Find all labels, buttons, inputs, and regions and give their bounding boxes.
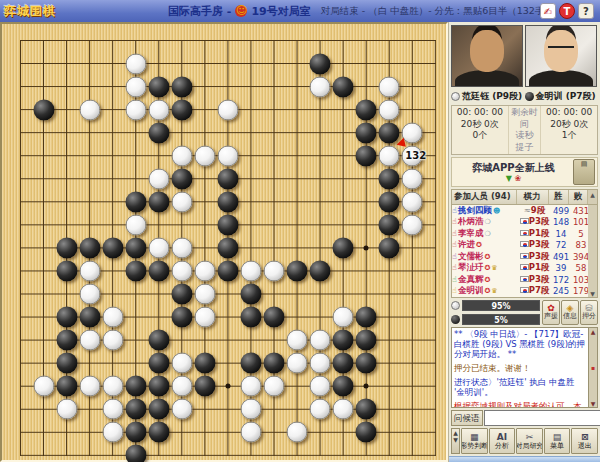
white-stone: [125, 53, 146, 74]
participant-name: 琴沚玗: [458, 262, 484, 274]
thumb-icon: ☝: [452, 218, 457, 226]
thumb-icon: ☝: [452, 276, 457, 284]
black-stone: [148, 376, 169, 397]
white-player-photo: [451, 25, 523, 87]
go-board[interactable]: 132: [0, 22, 448, 462]
black-stone: [356, 422, 377, 443]
win-count: 39: [551, 263, 571, 273]
toolbar-button-形势判断[interactable]: ▦形势判断: [461, 428, 488, 454]
black-stone: [264, 353, 285, 374]
black-stone: [217, 191, 238, 212]
toolbar-label: 退出: [578, 442, 592, 450]
korea-flag-icon: [520, 276, 529, 282]
black-stone: [125, 399, 146, 420]
white-stone: [79, 376, 100, 397]
black-stone: [356, 122, 377, 143]
korea-flag-icon: [520, 230, 529, 236]
black-stone: [171, 99, 192, 120]
room-title-group: 国际高手房 - ☺ 19号对局室 对局结束 - （白 中盘胜）- 分先：黑贴6目…: [168, 4, 554, 19]
white-clock: 00: 00: 00 20秒 0次 0个: [452, 106, 508, 154]
black-stone: [148, 330, 169, 351]
black-stone: [264, 307, 285, 328]
announce-icon[interactable]: ✍: [540, 3, 556, 19]
white-stone: [217, 145, 238, 166]
white-stone: [241, 399, 262, 420]
black-stone: [217, 261, 238, 282]
white-stone: [33, 376, 54, 397]
black-stone: [56, 376, 77, 397]
white-stone: [148, 99, 169, 120]
scroll-down-arrow: ▼: [590, 290, 595, 297]
win-count: 499: [551, 206, 571, 216]
white-stone: [264, 261, 285, 282]
black-stone: [310, 261, 331, 282]
black-bet-row: 5%: [451, 314, 540, 325]
white-stone: [79, 330, 100, 351]
black-stone: [171, 284, 192, 305]
apple-icon: ❀: [515, 174, 522, 183]
thumb-icon: ☝: [452, 264, 457, 272]
white-stone: [264, 376, 285, 397]
chat-message: 根据弈城规则及对局者的认可，本结果将不再反复。: [454, 401, 587, 408]
white-stone: [402, 214, 423, 235]
participant-list[interactable]: ☝挑剑四顾☻≈9段499431☝朴炳浩❍P3段148101☝李宰成❍P1段145…: [451, 205, 598, 298]
black-stone: [356, 145, 377, 166]
bet-button-声援[interactable]: ✿声援: [542, 300, 560, 325]
rank-icon: ≈: [524, 205, 531, 215]
white-stone: [287, 422, 308, 443]
black-stone: [148, 422, 169, 443]
white-stone: [102, 307, 123, 328]
black-stone: [79, 307, 100, 328]
white-bet-bar: 95%: [462, 300, 540, 311]
white-stone: [125, 76, 146, 97]
white-stone: [194, 284, 215, 305]
black-stone: [171, 76, 192, 97]
white-stone: [79, 284, 100, 305]
black-stone: [241, 307, 262, 328]
white-stone-icon: [451, 301, 460, 310]
black-player-name: 金明训 (P7段): [536, 90, 596, 103]
participant-name: 金明训: [458, 285, 484, 297]
white-stone: [333, 399, 354, 420]
toolbar-icon: ⊠: [581, 433, 589, 442]
banner-title: 弈城APP全新上线: [454, 161, 573, 175]
black-stone: [310, 53, 331, 74]
participant-row[interactable]: ☝挑剑四顾☻≈9段499431: [452, 205, 597, 217]
black-stone: [379, 168, 400, 189]
black-stone: [125, 422, 146, 443]
white-stone-icon: [451, 92, 460, 101]
chat-input[interactable]: [484, 410, 600, 426]
game-status: 对局结束 - （白 中盘胜）- 分先：黑贴6目半（132手）: [321, 5, 554, 18]
black-player-photo: [525, 25, 597, 87]
toolbar-label: 形势判断: [461, 442, 488, 450]
white-stone: [310, 376, 331, 397]
black-stone: [125, 376, 146, 397]
toolbar-icon: ▤: [553, 433, 562, 442]
white-stone: [241, 376, 262, 397]
black-stone: [33, 99, 54, 120]
white-stone: [333, 307, 354, 328]
black-stone: [241, 353, 262, 374]
player-names: 范廷钰 (P9段) 金明训 (P7段): [449, 88, 600, 104]
rank-text: P1段: [529, 228, 550, 238]
white-stone: [56, 399, 77, 420]
black-stone: [356, 99, 377, 120]
black-stone: [241, 284, 262, 305]
white-stone: [379, 76, 400, 97]
participant-row[interactable]: ☝许进✪P3段7283: [452, 240, 597, 252]
rank-text: 9段: [531, 205, 545, 215]
black-stone: [171, 307, 192, 328]
chat-panel[interactable]: ** 〈9段 中日战〉- 【717】欧冠- 白棋胜 (9段) VS 黑棋胜 (9…: [451, 327, 598, 408]
participant-name: 李宰成: [458, 228, 484, 240]
black-stone: [56, 237, 77, 258]
white-bet-row: 95%: [451, 300, 540, 311]
participant-emoji: ✪: [484, 287, 490, 295]
clock-box: 00: 00: 00 20秒 0次 0个 剩余时间 读秒 提子 00: 00: …: [451, 105, 598, 155]
star-point: [364, 245, 369, 250]
participant-emoji: ❍: [484, 218, 490, 226]
title-bar: 弈城围棋 国际高手房 - ☺ 19号对局室 对局结束 - （白 中盘胜）- 分先…: [0, 0, 600, 22]
black-stone: [56, 353, 77, 374]
black-stone: [333, 376, 354, 397]
star-point: [364, 384, 369, 389]
white-stone: [310, 353, 331, 374]
rank-text: P3段: [529, 239, 550, 249]
black-stone: [56, 307, 77, 328]
white-stone: [171, 261, 192, 282]
betting-area: 95% 5% ✿声援◈信息⛁押分: [451, 300, 598, 325]
participant-emoji: ✪: [484, 253, 490, 261]
thumb-icon: ☝: [452, 253, 457, 261]
thumb-icon: ☝: [452, 230, 457, 238]
black-stone: [333, 237, 354, 258]
bet-button-信息[interactable]: ◈信息: [561, 300, 579, 325]
participant-row[interactable]: ☝朴炳浩❍P3段148101: [452, 217, 597, 229]
app-banner[interactable]: 弈城APP全新上线 ▼ ❀ ▤: [451, 157, 598, 187]
white-stone: [310, 330, 331, 351]
chat-message: 进行状态〉'范廷钰' 执白 中盘胜 '金明训'。: [454, 377, 587, 397]
white-stone: [379, 145, 400, 166]
scroll-up-arrow[interactable]: ▲: [588, 190, 597, 204]
participant-row[interactable]: ☝金真辉✪P3段172103: [452, 274, 597, 286]
black-stone: [379, 191, 400, 212]
black-stone: [194, 376, 215, 397]
white-stone: [171, 191, 192, 212]
black-stone: [148, 399, 169, 420]
white-stone: [125, 214, 146, 235]
toolbar-label: 菜单: [550, 442, 564, 450]
help-icon[interactable]: ?: [578, 3, 594, 19]
toolbar-button-退出[interactable]: ⊠退出: [571, 428, 598, 454]
white-stone: [287, 330, 308, 351]
table-name: 19号对局室: [251, 4, 310, 19]
bet-button-押分[interactable]: ⛁押分: [580, 300, 598, 325]
participant-emoji: ✪: [476, 241, 482, 249]
black-player-name-cell: 金明训 (P7段): [525, 90, 599, 103]
clock-labels: 剩余时间 读秒 提子: [508, 106, 542, 154]
black-stone: [102, 237, 123, 258]
black-stone: [356, 330, 377, 351]
black-stone: [287, 261, 308, 282]
rank-text: P3段: [529, 251, 550, 261]
white-stone: [171, 353, 192, 374]
win-count: 72: [551, 240, 571, 250]
rank-text: P1段: [529, 262, 550, 272]
black-stone: [125, 191, 146, 212]
black-stone: [333, 353, 354, 374]
white-stone: [287, 353, 308, 374]
thumb-icon: ☝: [452, 207, 457, 215]
toolbar-icon: ▦: [470, 433, 479, 442]
black-stone: [217, 168, 238, 189]
bet-button-label: 信息: [563, 313, 577, 321]
collapse-button[interactable]: ▲▼: [451, 428, 460, 454]
chat-message: 押分已结束。谢谢！: [454, 363, 587, 373]
participant-emoji: ❍: [484, 230, 490, 238]
toolbar-button-菜单[interactable]: ▤菜单: [544, 428, 571, 454]
room-icon: ☺: [235, 5, 247, 17]
star-point: [225, 384, 230, 389]
participant-row[interactable]: ☝金明训✪♛P7段245179: [452, 286, 597, 298]
bet-button-label: 押分: [582, 313, 596, 321]
black-stone: [356, 353, 377, 374]
black-stone: [379, 122, 400, 143]
chat-message: ** 〈9段 中日战〉- 【717】欧冠- 白棋胜 (9段) VS 黑棋胜 (9…: [454, 329, 587, 359]
participant-emoji: ✪: [484, 276, 490, 284]
white-stone: [194, 145, 215, 166]
participant-name: 文儒彬: [458, 251, 484, 263]
black-stone: [148, 261, 169, 282]
room-name: 国际高手房 -: [168, 4, 231, 19]
rank-text: P7段: [529, 285, 550, 295]
win-count: 172: [551, 275, 571, 285]
white-stone: [310, 76, 331, 97]
black-stone: [217, 237, 238, 258]
white-stone: [241, 261, 262, 282]
white-stone: [171, 399, 192, 420]
participant-name: 朴炳浩: [458, 216, 484, 228]
right-panel: 范廷钰 (P9段) 金明训 (P7段) 00: 00: 00 20秒 0次 0个…: [448, 22, 600, 462]
win-count: 491: [551, 252, 571, 262]
white-stone: [102, 330, 123, 351]
rank-text: P3段: [529, 216, 550, 226]
white-stone: [148, 237, 169, 258]
korea-flag-icon: [520, 253, 529, 259]
thumb-icon: ☝: [452, 287, 457, 295]
toolbar-icon: ✂: [526, 433, 534, 442]
titlebar-icons: ✍ T ?: [540, 3, 594, 19]
korea-flag-icon: [520, 264, 529, 270]
toolbar-button-对局研究[interactable]: ✂对局研究: [516, 428, 543, 454]
participant-row[interactable]: ☝李宰成❍P1段145: [452, 228, 597, 240]
white-stone: [217, 99, 238, 120]
black-stone: [56, 330, 77, 351]
black-stone: [379, 214, 400, 235]
black-stone: [79, 237, 100, 258]
greeting-dropdown[interactable]: 问候语: [451, 410, 483, 426]
white-stone: [194, 307, 215, 328]
white-stone: [241, 422, 262, 443]
toolbar-button-分析[interactable]: AI分析: [489, 428, 516, 454]
white-stone: [79, 99, 100, 120]
white-stone: [171, 237, 192, 258]
participant-name: 金真辉: [458, 274, 484, 286]
medal-icon: ♛: [491, 264, 497, 272]
participant-emoji: ☻: [493, 207, 500, 215]
participant-emoji: ✪: [484, 264, 490, 272]
participant-name: 挑剑四顾: [458, 205, 492, 217]
black-clock: 00: 00: 00 20秒 0次 1个: [541, 106, 597, 154]
white-stone: [171, 376, 192, 397]
white-player-name: 范廷钰 (P9段): [462, 90, 522, 103]
win-count: 14: [551, 229, 571, 239]
black-stone: [356, 307, 377, 328]
bottom-toolbar: ▲▼ ▦形势判断AI分析✂对局研究▤菜单⊠退出: [451, 428, 598, 454]
white-stone: [171, 145, 192, 166]
black-stone: [148, 191, 169, 212]
white-stone: [79, 261, 100, 282]
toolbar-label: 对局研究: [516, 442, 543, 450]
black-stone: [217, 214, 238, 235]
win-count: 245: [551, 286, 571, 296]
black-stone: [148, 76, 169, 97]
black-stone-icon: [451, 315, 460, 324]
participant-row[interactable]: ☝文儒彬✪P3段491394: [452, 251, 597, 263]
black-stone: [194, 353, 215, 374]
window-bottom-strip: [449, 456, 600, 462]
black-stone: [148, 353, 169, 374]
phone-image: ▤: [573, 159, 595, 185]
black-bet-bar: 5%: [462, 314, 540, 325]
participant-row[interactable]: ☝琴沚玗✪♛P1段3958: [452, 263, 597, 275]
participant-header: 参加人员 (94) 棋力 胜 败 ▲: [451, 189, 598, 205]
black-stone: [125, 261, 146, 282]
black-stone: [333, 76, 354, 97]
black-stone: [148, 122, 169, 143]
thumb-icon: ☝: [452, 241, 457, 249]
korea-flag-icon: [520, 218, 529, 224]
white-stone: [402, 191, 423, 212]
toolbar-label: 分析: [495, 442, 509, 450]
white-stone: [102, 399, 123, 420]
black-stone: [333, 330, 354, 351]
white-stone: [194, 261, 215, 282]
app-logo: 弈城围棋: [4, 3, 56, 20]
black-stone: [171, 168, 192, 189]
rank-text: P3段: [529, 274, 550, 284]
white-stone: [379, 99, 400, 120]
player-photos: [449, 22, 600, 88]
white-stone: [148, 168, 169, 189]
android-icon: ▼: [506, 174, 512, 183]
white-stone: [102, 376, 123, 397]
black-stone: [125, 445, 146, 462]
medal-icon: ♛: [491, 287, 497, 295]
win-count: 148: [551, 217, 571, 227]
korea-flag-icon: [520, 287, 529, 293]
move-number-label: 132: [405, 150, 426, 161]
white-player-name-cell: 范廷钰 (P9段): [451, 90, 525, 103]
white-stone: [402, 168, 423, 189]
store-icons: ▼ ❀: [454, 175, 573, 183]
toolbar-icon: AI: [497, 433, 507, 442]
black-stone: [379, 237, 400, 258]
white-stone: [125, 99, 146, 120]
list-scrollbar[interactable]: ▼: [588, 205, 597, 297]
black-stone: [356, 399, 377, 420]
participant-name: 许进: [458, 239, 475, 251]
tygem-icon[interactable]: T: [559, 3, 575, 19]
black-stone: [125, 237, 146, 258]
white-stone: [102, 422, 123, 443]
white-stone: [310, 399, 331, 420]
black-stone: [56, 261, 77, 282]
bet-button-label: 声援: [544, 313, 558, 321]
black-stone-icon: [525, 92, 534, 101]
korea-flag-icon: [520, 241, 529, 247]
chat-scrollbar[interactable]: ▲▪▼: [588, 328, 597, 407]
